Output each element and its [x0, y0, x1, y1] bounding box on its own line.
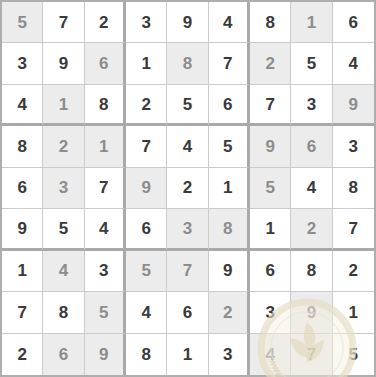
sudoku-cell-r8c5[interactable]: 6: [167, 292, 208, 333]
sudoku-board-wrapper: 5723948163961872544182567398217459636379…: [0, 0, 376, 377]
sudoku-cell-r8c1[interactable]: 7: [2, 292, 43, 333]
sudoku-cell-r5c3[interactable]: 7: [85, 168, 126, 209]
sudoku-cell-r7c6[interactable]: 9: [209, 251, 250, 292]
sudoku-cell-r6c9[interactable]: 7: [333, 209, 374, 250]
sudoku-cell-r2c6[interactable]: 7: [209, 43, 250, 84]
sudoku-cell-r2c7[interactable]: 2: [250, 43, 291, 84]
sudoku-cell-r1c8[interactable]: 1: [291, 2, 332, 43]
sudoku-cell-r7c2[interactable]: 4: [43, 251, 84, 292]
sudoku-cell-r8c4[interactable]: 4: [126, 292, 167, 333]
sudoku-cell-r4c1[interactable]: 8: [2, 126, 43, 167]
sudoku-cell-r1c2[interactable]: 7: [43, 2, 84, 43]
sudoku-cell-r6c4[interactable]: 6: [126, 209, 167, 250]
sudoku-cell-r2c3[interactable]: 6: [85, 43, 126, 84]
sudoku-cell-r9c7[interactable]: 4: [250, 334, 291, 375]
sudoku-cell-r7c7[interactable]: 6: [250, 251, 291, 292]
sudoku-cell-r1c5[interactable]: 9: [167, 2, 208, 43]
sudoku-cell-r5c1[interactable]: 6: [2, 168, 43, 209]
sudoku-cell-r4c9[interactable]: 3: [333, 126, 374, 167]
sudoku-cell-r9c1[interactable]: 2: [2, 334, 43, 375]
sudoku-cell-r3c4[interactable]: 2: [126, 85, 167, 126]
sudoku-cell-r8c2[interactable]: 8: [43, 292, 84, 333]
sudoku-cell-r9c8[interactable]: 7: [291, 334, 332, 375]
sudoku-cell-r9c3[interactable]: 9: [85, 334, 126, 375]
sudoku-cell-r7c9[interactable]: 2: [333, 251, 374, 292]
sudoku-cell-r4c8[interactable]: 6: [291, 126, 332, 167]
sudoku-cell-r9c4[interactable]: 8: [126, 334, 167, 375]
sudoku-cell-r1c6[interactable]: 4: [209, 2, 250, 43]
sudoku-cell-r4c6[interactable]: 5: [209, 126, 250, 167]
sudoku-cell-r7c4[interactable]: 5: [126, 251, 167, 292]
sudoku-cell-r6c5[interactable]: 3: [167, 209, 208, 250]
sudoku-cell-r7c5[interactable]: 7: [167, 251, 208, 292]
sudoku-cell-r4c7[interactable]: 9: [250, 126, 291, 167]
sudoku-cell-r3c6[interactable]: 6: [209, 85, 250, 126]
sudoku-cell-r8c9[interactable]: 1: [333, 292, 374, 333]
sudoku-cell-r4c2[interactable]: 2: [43, 126, 84, 167]
sudoku-cell-r4c5[interactable]: 4: [167, 126, 208, 167]
sudoku-cell-r2c2[interactable]: 9: [43, 43, 84, 84]
sudoku-cell-r3c9[interactable]: 9: [333, 85, 374, 126]
sudoku-cell-r3c2[interactable]: 1: [43, 85, 84, 126]
sudoku-cell-r1c3[interactable]: 2: [85, 2, 126, 43]
sudoku-cell-r1c9[interactable]: 6: [333, 2, 374, 43]
sudoku-cell-r5c6[interactable]: 1: [209, 168, 250, 209]
sudoku-cell-r2c5[interactable]: 8: [167, 43, 208, 84]
sudoku-cell-r7c3[interactable]: 3: [85, 251, 126, 292]
sudoku-cell-r6c1[interactable]: 9: [2, 209, 43, 250]
sudoku-cell-r8c7[interactable]: 3: [250, 292, 291, 333]
sudoku-cell-r6c8[interactable]: 2: [291, 209, 332, 250]
sudoku-cell-r7c8[interactable]: 8: [291, 251, 332, 292]
sudoku-cell-r1c1[interactable]: 5: [2, 2, 43, 43]
sudoku-cell-r6c7[interactable]: 1: [250, 209, 291, 250]
sudoku-cell-r2c9[interactable]: 4: [333, 43, 374, 84]
sudoku-cell-r6c2[interactable]: 5: [43, 209, 84, 250]
sudoku-cell-r4c3[interactable]: 1: [85, 126, 126, 167]
sudoku-cell-r9c2[interactable]: 6: [43, 334, 84, 375]
sudoku-cell-r3c5[interactable]: 5: [167, 85, 208, 126]
sudoku-cell-r2c4[interactable]: 1: [126, 43, 167, 84]
sudoku-cell-r6c6[interactable]: 8: [209, 209, 250, 250]
sudoku-cell-r2c8[interactable]: 5: [291, 43, 332, 84]
sudoku-cell-r8c3[interactable]: 5: [85, 292, 126, 333]
sudoku-cell-r8c8[interactable]: 9: [291, 292, 332, 333]
sudoku-cell-r3c7[interactable]: 7: [250, 85, 291, 126]
sudoku-cell-r1c4[interactable]: 3: [126, 2, 167, 43]
sudoku-cell-r3c1[interactable]: 4: [2, 85, 43, 126]
sudoku-cell-r5c5[interactable]: 2: [167, 168, 208, 209]
sudoku-cell-r7c1[interactable]: 1: [2, 251, 43, 292]
sudoku-cell-r2c1[interactable]: 3: [2, 43, 43, 84]
sudoku-cell-r4c4[interactable]: 7: [126, 126, 167, 167]
sudoku-cell-r3c3[interactable]: 8: [85, 85, 126, 126]
sudoku-cell-r5c9[interactable]: 8: [333, 168, 374, 209]
sudoku-cell-r1c7[interactable]: 8: [250, 2, 291, 43]
sudoku-cell-r5c4[interactable]: 9: [126, 168, 167, 209]
sudoku-cell-r5c8[interactable]: 4: [291, 168, 332, 209]
sudoku-cell-r3c8[interactable]: 3: [291, 85, 332, 126]
sudoku-cell-r5c7[interactable]: 5: [250, 168, 291, 209]
sudoku-board: 5723948163961872544182567398217459636379…: [0, 0, 376, 377]
sudoku-cell-r9c6[interactable]: 3: [209, 334, 250, 375]
sudoku-cell-r6c3[interactable]: 4: [85, 209, 126, 250]
sudoku-cell-r5c2[interactable]: 3: [43, 168, 84, 209]
sudoku-cell-r9c9[interactable]: 5: [333, 334, 374, 375]
sudoku-cell-r8c6[interactable]: 2: [209, 292, 250, 333]
sudoku-cell-r9c5[interactable]: 1: [167, 334, 208, 375]
